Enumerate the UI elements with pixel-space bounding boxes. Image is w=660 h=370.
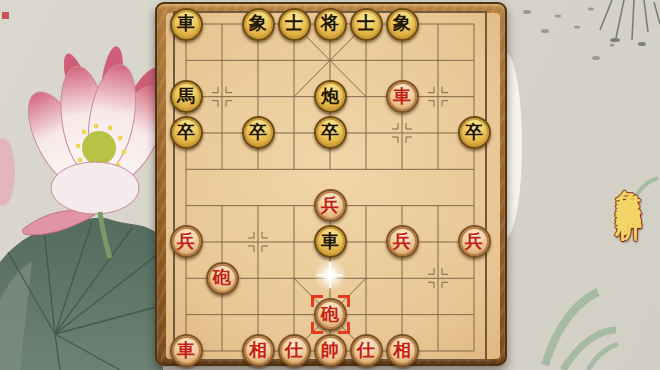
piece-black-chariot[interactable]: 車 bbox=[314, 225, 347, 258]
selection-bracket-tr bbox=[338, 295, 350, 307]
piece-glyph: 車 bbox=[177, 11, 195, 35]
piece-glyph: 士 bbox=[285, 11, 303, 35]
piece-glyph: 馬 bbox=[177, 84, 195, 108]
app-screen: 象棋残局解析 車象士将士象馬炮車卒卒卒卒兵兵車兵兵砲砲車相仕帥仕相 bbox=[0, 0, 660, 370]
piece-black-general[interactable]: 将 bbox=[314, 8, 347, 41]
piece-glyph: 卒 bbox=[249, 120, 267, 144]
xiangqi-board[interactable]: 車象士将士象馬炮車卒卒卒卒兵兵車兵兵砲砲車相仕帥仕相 bbox=[155, 2, 507, 366]
piece-red-soldier[interactable]: 兵 bbox=[458, 225, 491, 258]
piece-black-cannon[interactable]: 炮 bbox=[314, 80, 347, 113]
piece-black-soldier[interactable]: 卒 bbox=[170, 116, 203, 149]
selection-bracket-br bbox=[338, 322, 350, 334]
piece-glyph: 士 bbox=[357, 11, 375, 35]
piece-red-soldier[interactable]: 兵 bbox=[170, 225, 203, 258]
piece-glyph: 仕 bbox=[285, 338, 303, 362]
piece-black-elephant[interactable]: 象 bbox=[386, 8, 419, 41]
seal-mark bbox=[2, 12, 9, 19]
piece-red-advisor[interactable]: 仕 bbox=[278, 334, 311, 367]
piece-glyph: 兵 bbox=[393, 229, 411, 253]
selection-bracket-tl bbox=[311, 295, 323, 307]
piece-glyph: 相 bbox=[393, 338, 411, 362]
piece-glyph: 車 bbox=[321, 229, 339, 253]
pieces-layer: 車象士将士象馬炮車卒卒卒卒兵兵車兵兵砲砲車相仕帥仕相 bbox=[157, 4, 505, 364]
piece-red-general[interactable]: 帥 bbox=[314, 334, 347, 367]
piece-black-soldier[interactable]: 卒 bbox=[242, 116, 275, 149]
piece-black-horse[interactable]: 馬 bbox=[170, 80, 203, 113]
piece-glyph: 砲 bbox=[321, 302, 339, 326]
piece-glyph: 卒 bbox=[177, 120, 195, 144]
piece-black-advisor[interactable]: 士 bbox=[278, 8, 311, 41]
piece-glyph: 兵 bbox=[177, 229, 195, 253]
piece-black-advisor[interactable]: 士 bbox=[350, 8, 383, 41]
piece-glyph: 象 bbox=[393, 11, 411, 35]
piece-glyph: 帥 bbox=[321, 338, 339, 362]
piece-glyph: 将 bbox=[321, 11, 339, 35]
piece-glyph: 卒 bbox=[465, 120, 483, 144]
piece-red-elephant[interactable]: 相 bbox=[386, 334, 419, 367]
piece-glyph: 車 bbox=[393, 84, 411, 108]
grass-ink-strokes bbox=[600, 0, 660, 46]
ink-speckles bbox=[523, 8, 615, 61]
piece-red-advisor[interactable]: 仕 bbox=[350, 334, 383, 367]
piece-red-soldier[interactable]: 兵 bbox=[386, 225, 419, 258]
piece-black-soldier[interactable]: 卒 bbox=[458, 116, 491, 149]
piece-glyph: 炮 bbox=[321, 84, 339, 108]
piece-glyph: 砲 bbox=[213, 265, 231, 289]
piece-glyph: 相 bbox=[249, 338, 267, 362]
piece-glyph: 兵 bbox=[465, 229, 483, 253]
piece-red-cannon[interactable]: 砲 bbox=[206, 262, 239, 295]
left-edge-petal bbox=[0, 138, 15, 206]
piece-glyph: 卒 bbox=[321, 120, 339, 144]
piece-red-chariot[interactable]: 車 bbox=[170, 334, 203, 367]
selection-bracket-bl bbox=[311, 322, 323, 334]
piece-black-elephant[interactable]: 象 bbox=[242, 8, 275, 41]
piece-red-cannon[interactable]: 砲 bbox=[314, 298, 347, 331]
piece-glyph: 仕 bbox=[357, 338, 375, 362]
piece-glyph: 兵 bbox=[321, 193, 339, 217]
piece-glyph: 象 bbox=[249, 11, 267, 35]
piece-red-chariot[interactable]: 車 bbox=[386, 80, 419, 113]
piece-black-chariot[interactable]: 車 bbox=[170, 8, 203, 41]
piece-glyph: 車 bbox=[177, 338, 195, 362]
piece-red-elephant[interactable]: 相 bbox=[242, 334, 275, 367]
piece-black-soldier[interactable]: 卒 bbox=[314, 116, 347, 149]
video-title-vertical: 象棋残局解析 bbox=[612, 169, 647, 199]
piece-red-soldier[interactable]: 兵 bbox=[314, 189, 347, 222]
leaf-strokes bbox=[545, 178, 658, 370]
lotus-leaf bbox=[0, 218, 163, 370]
